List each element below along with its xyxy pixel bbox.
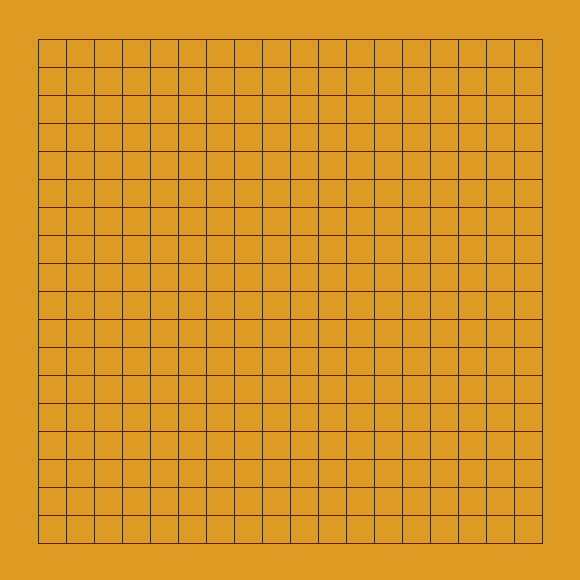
- go-board-grid[interactable]: [38, 39, 543, 544]
- go-board[interactable]: [0, 0, 580, 580]
